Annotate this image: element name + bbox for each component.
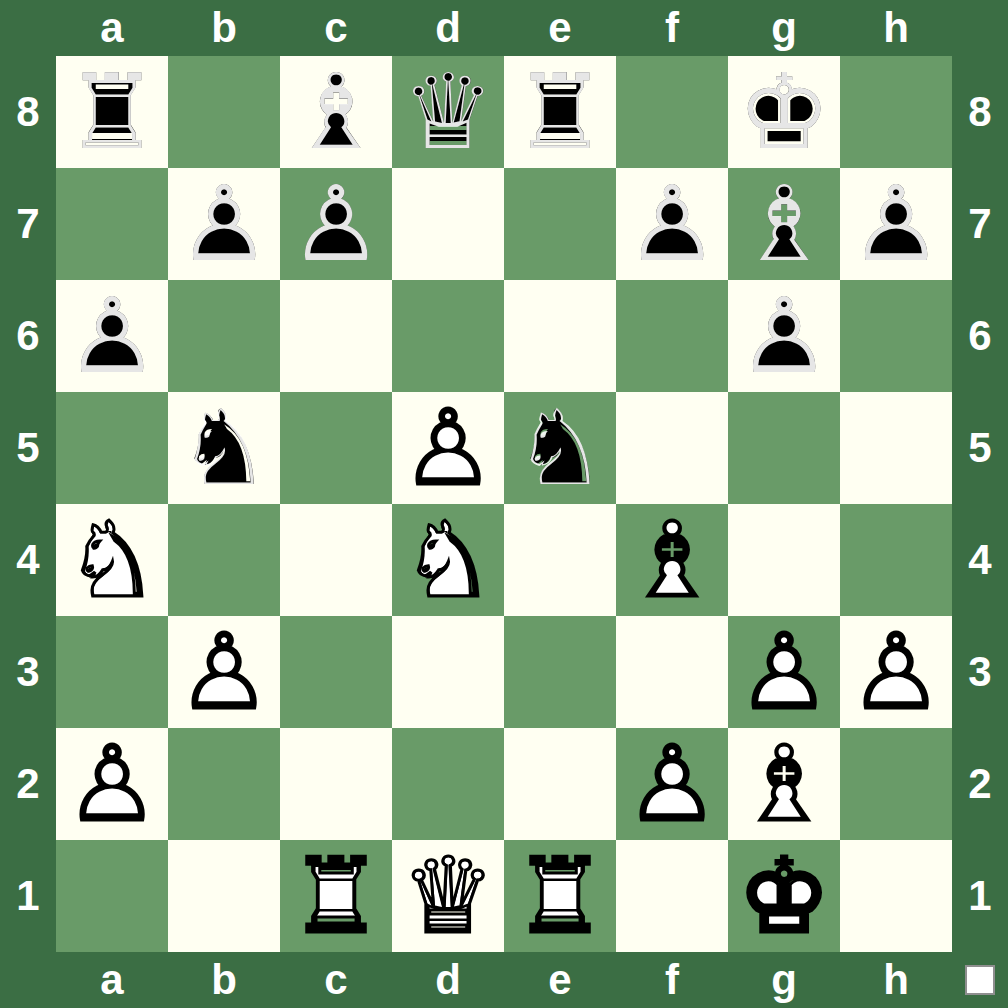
- board-border-rank-label-cell: 4: [0, 504, 56, 616]
- piece-fill-glyph: ♞: [168, 392, 280, 504]
- rank-label: 4: [968, 539, 991, 581]
- rank-label: 8: [16, 91, 39, 133]
- white-knight[interactable]: ♞♘: [56, 504, 168, 616]
- board-border-rank-label-cell: 3: [0, 616, 56, 728]
- piece-fill-glyph: ♚: [728, 840, 840, 952]
- board-border-rank-label-cell: 2: [0, 728, 56, 840]
- white-pawn[interactable]: ♟♙: [728, 616, 840, 728]
- piece-outline-glyph: ♔: [728, 840, 840, 952]
- piece-outline-glyph: ♔: [728, 56, 840, 168]
- rank-label: 7: [968, 203, 991, 245]
- rank-label: 7: [16, 203, 39, 245]
- square-c2[interactable]: [280, 728, 392, 840]
- piece-outline-glyph: ♙: [56, 280, 168, 392]
- file-label: e: [548, 7, 571, 49]
- board-border-file-label-cell: b: [168, 952, 280, 1008]
- square-a8[interactable]: ♜♖: [56, 56, 168, 168]
- piece-fill-glyph: ♜: [56, 56, 168, 168]
- white-pawn[interactable]: ♟♙: [616, 728, 728, 840]
- square-h1[interactable]: [840, 840, 952, 952]
- file-label: b: [211, 959, 237, 1001]
- piece-fill-glyph: ♟: [840, 168, 952, 280]
- square-g4[interactable]: [728, 504, 840, 616]
- board-border-corner-bottom-left: [0, 952, 56, 1008]
- square-b3[interactable]: ♟♙: [168, 616, 280, 728]
- board-border-file-label-cell: e: [504, 952, 616, 1008]
- piece-outline-glyph: ♘: [504, 392, 616, 504]
- piece-fill-glyph: ♝: [280, 56, 392, 168]
- square-c3[interactable]: [280, 616, 392, 728]
- file-label: a: [100, 7, 123, 49]
- board-border-file-label-cell: d: [392, 952, 504, 1008]
- board-border-file-label-cell: d: [392, 0, 504, 56]
- square-g3[interactable]: ♟♙: [728, 616, 840, 728]
- white-rook[interactable]: ♜♖: [280, 840, 392, 952]
- rank-label: 1: [16, 875, 39, 917]
- square-f8[interactable]: [616, 56, 728, 168]
- piece-outline-glyph: ♕: [392, 56, 504, 168]
- square-d4[interactable]: ♞♘: [392, 504, 504, 616]
- file-label: e: [548, 959, 571, 1001]
- piece-fill-glyph: ♟: [280, 168, 392, 280]
- board-border-rank-label-cell: 1: [952, 840, 1008, 952]
- piece-outline-glyph: ♙: [840, 616, 952, 728]
- piece-fill-glyph: ♟: [616, 168, 728, 280]
- square-b4[interactable]: [168, 504, 280, 616]
- piece-fill-glyph: ♝: [616, 504, 728, 616]
- piece-fill-glyph: ♚: [728, 56, 840, 168]
- file-label: f: [665, 959, 679, 1001]
- piece-fill-glyph: ♟: [168, 168, 280, 280]
- board-border-file-label-cell: h: [840, 0, 952, 56]
- square-a6[interactable]: ♟♙: [56, 280, 168, 392]
- square-f4[interactable]: ♝♗: [616, 504, 728, 616]
- board-border-rank-label-cell: 7: [0, 168, 56, 280]
- piece-outline-glyph: ♙: [728, 280, 840, 392]
- piece-fill-glyph: ♟: [616, 728, 728, 840]
- black-knight[interactable]: ♞♘: [168, 392, 280, 504]
- white-to-move-indicator: [965, 965, 995, 995]
- piece-fill-glyph: ♛: [392, 56, 504, 168]
- board-border-file-label-cell: g: [728, 0, 840, 56]
- piece-outline-glyph: ♘: [56, 504, 168, 616]
- piece-outline-glyph: ♙: [840, 168, 952, 280]
- black-pawn[interactable]: ♟♙: [280, 168, 392, 280]
- rank-label: 5: [968, 427, 991, 469]
- square-f2[interactable]: ♟♙: [616, 728, 728, 840]
- square-c5[interactable]: [280, 392, 392, 504]
- square-a5[interactable]: [56, 392, 168, 504]
- square-h6[interactable]: [840, 280, 952, 392]
- square-b7[interactable]: ♟♙: [168, 168, 280, 280]
- white-knight[interactable]: ♞♘: [392, 504, 504, 616]
- file-label: d: [435, 7, 461, 49]
- square-a4[interactable]: ♞♘: [56, 504, 168, 616]
- piece-outline-glyph: ♙: [168, 616, 280, 728]
- piece-outline-glyph: ♙: [616, 728, 728, 840]
- board-border-file-label-cell: a: [56, 0, 168, 56]
- piece-outline-glyph: ♗: [616, 504, 728, 616]
- white-pawn[interactable]: ♟♙: [168, 616, 280, 728]
- square-g6[interactable]: ♟♙: [728, 280, 840, 392]
- file-label: g: [771, 959, 797, 1001]
- board-border-file-label-cell: e: [504, 0, 616, 56]
- board-border-rank-label-cell: 6: [952, 280, 1008, 392]
- file-label: h: [883, 959, 909, 1001]
- piece-fill-glyph: ♟: [168, 616, 280, 728]
- rank-label: 4: [16, 539, 39, 581]
- piece-fill-glyph: ♟: [840, 616, 952, 728]
- piece-fill-glyph: ♟: [56, 728, 168, 840]
- white-bishop[interactable]: ♝♗: [616, 504, 728, 616]
- board-border-corner-top-right: [952, 0, 1008, 56]
- square-e2[interactable]: [504, 728, 616, 840]
- board-border-file-label-cell: a: [56, 952, 168, 1008]
- piece-outline-glyph: ♙: [168, 168, 280, 280]
- piece-outline-glyph: ♕: [392, 840, 504, 952]
- file-label: b: [211, 7, 237, 49]
- square-f6[interactable]: [616, 280, 728, 392]
- board-border-file-label-cell: f: [616, 952, 728, 1008]
- square-b2[interactable]: [168, 728, 280, 840]
- board-border-rank-label-cell: 1: [0, 840, 56, 952]
- square-h5[interactable]: [840, 392, 952, 504]
- square-c4[interactable]: [280, 504, 392, 616]
- black-rook[interactable]: ♜♖: [504, 56, 616, 168]
- black-queen[interactable]: ♛♕: [392, 56, 504, 168]
- chess-board-diagram: abcdefgh8♜♖♝♗♛♕♜♖♚♔87♟♙♟♙♟♙♝♗♟♙76♟♙♟♙65♞…: [0, 0, 1008, 1008]
- white-pawn[interactable]: ♟♙: [56, 728, 168, 840]
- piece-fill-glyph: ♞: [56, 504, 168, 616]
- piece-fill-glyph: ♟: [728, 280, 840, 392]
- piece-outline-glyph: ♙: [728, 616, 840, 728]
- piece-outline-glyph: ♗: [728, 728, 840, 840]
- white-bishop[interactable]: ♝♗: [728, 728, 840, 840]
- square-g1[interactable]: ♚♔: [728, 840, 840, 952]
- square-h2[interactable]: [840, 728, 952, 840]
- piece-fill-glyph: ♞: [504, 392, 616, 504]
- square-c8[interactable]: ♝♗: [280, 56, 392, 168]
- piece-outline-glyph: ♙: [392, 392, 504, 504]
- black-king[interactable]: ♚♔: [728, 56, 840, 168]
- rank-label: 1: [968, 875, 991, 917]
- board-border-file-label-cell: c: [280, 0, 392, 56]
- file-label: g: [771, 7, 797, 49]
- rank-label: 3: [16, 651, 39, 693]
- rank-label: 5: [16, 427, 39, 469]
- board-border-corner-bottom-right: [952, 952, 1008, 1008]
- black-rook[interactable]: ♜♖: [56, 56, 168, 168]
- piece-outline-glyph: ♖: [504, 56, 616, 168]
- rank-label: 8: [968, 91, 991, 133]
- piece-fill-glyph: ♛: [392, 840, 504, 952]
- white-queen[interactable]: ♛♕: [392, 840, 504, 952]
- square-b5[interactable]: ♞♘: [168, 392, 280, 504]
- square-d2[interactable]: [392, 728, 504, 840]
- black-pawn[interactable]: ♟♙: [728, 280, 840, 392]
- square-b8[interactable]: [168, 56, 280, 168]
- square-h8[interactable]: [840, 56, 952, 168]
- square-f3[interactable]: [616, 616, 728, 728]
- board-border-rank-label-cell: 8: [0, 56, 56, 168]
- piece-outline-glyph: ♘: [168, 392, 280, 504]
- file-label: h: [883, 7, 909, 49]
- black-bishop[interactable]: ♝♗: [728, 168, 840, 280]
- board-border-rank-label-cell: 6: [0, 280, 56, 392]
- square-h4[interactable]: [840, 504, 952, 616]
- white-pawn[interactable]: ♟♙: [840, 616, 952, 728]
- square-g5[interactable]: [728, 392, 840, 504]
- square-a1[interactable]: [56, 840, 168, 952]
- white-pawn[interactable]: ♟♙: [392, 392, 504, 504]
- board-border-rank-label-cell: 7: [952, 168, 1008, 280]
- file-label: a: [100, 959, 123, 1001]
- file-label: c: [324, 7, 347, 49]
- rank-label: 2: [16, 763, 39, 805]
- black-bishop[interactable]: ♝♗: [280, 56, 392, 168]
- square-c1[interactable]: ♜♖: [280, 840, 392, 952]
- black-knight[interactable]: ♞♘: [504, 392, 616, 504]
- square-e5[interactable]: ♞♘: [504, 392, 616, 504]
- white-king[interactable]: ♚♔: [728, 840, 840, 952]
- square-d8[interactable]: ♛♕: [392, 56, 504, 168]
- square-g2[interactable]: ♝♗: [728, 728, 840, 840]
- board-border-rank-label-cell: 2: [952, 728, 1008, 840]
- square-a2[interactable]: ♟♙: [56, 728, 168, 840]
- board-border-rank-label-cell: 8: [952, 56, 1008, 168]
- board-border-rank-label-cell: 3: [952, 616, 1008, 728]
- file-label: c: [324, 959, 347, 1001]
- piece-outline-glyph: ♙: [56, 728, 168, 840]
- square-b6[interactable]: [168, 280, 280, 392]
- piece-fill-glyph: ♟: [56, 280, 168, 392]
- piece-outline-glyph: ♖: [504, 840, 616, 952]
- piece-fill-glyph: ♝: [728, 168, 840, 280]
- square-d5[interactable]: ♟♙: [392, 392, 504, 504]
- board-border-file-label-cell: h: [840, 952, 952, 1008]
- white-rook[interactable]: ♜♖: [504, 840, 616, 952]
- piece-outline-glyph: ♙: [616, 168, 728, 280]
- black-pawn[interactable]: ♟♙: [56, 280, 168, 392]
- board-border-rank-label-cell: 5: [952, 392, 1008, 504]
- square-d3[interactable]: [392, 616, 504, 728]
- black-pawn[interactable]: ♟♙: [840, 168, 952, 280]
- black-pawn[interactable]: ♟♙: [168, 168, 280, 280]
- board-border-rank-label-cell: 5: [0, 392, 56, 504]
- square-f5[interactable]: [616, 392, 728, 504]
- piece-fill-glyph: ♝: [728, 728, 840, 840]
- square-e8[interactable]: ♜♖: [504, 56, 616, 168]
- square-h3[interactable]: ♟♙: [840, 616, 952, 728]
- square-c6[interactable]: [280, 280, 392, 392]
- piece-fill-glyph: ♜: [504, 56, 616, 168]
- board-border-file-label-cell: g: [728, 952, 840, 1008]
- square-a3[interactable]: [56, 616, 168, 728]
- square-g8[interactable]: ♚♔: [728, 56, 840, 168]
- piece-fill-glyph: ♟: [392, 392, 504, 504]
- square-e6[interactable]: [504, 280, 616, 392]
- board-border-file-label-cell: f: [616, 0, 728, 56]
- rank-label: 2: [968, 763, 991, 805]
- square-d1[interactable]: ♛♕: [392, 840, 504, 952]
- file-label: d: [435, 959, 461, 1001]
- piece-outline-glyph: ♖: [56, 56, 168, 168]
- square-e1[interactable]: ♜♖: [504, 840, 616, 952]
- piece-outline-glyph: ♘: [392, 504, 504, 616]
- piece-outline-glyph: ♖: [280, 840, 392, 952]
- square-f1[interactable]: [616, 840, 728, 952]
- square-b1[interactable]: [168, 840, 280, 952]
- square-f7[interactable]: ♟♙: [616, 168, 728, 280]
- board-border-file-label-cell: c: [280, 952, 392, 1008]
- piece-outline-glyph: ♗: [280, 56, 392, 168]
- rank-label: 6: [16, 315, 39, 357]
- rank-label: 3: [968, 651, 991, 693]
- piece-outline-glyph: ♗: [728, 168, 840, 280]
- square-c7[interactable]: ♟♙: [280, 168, 392, 280]
- black-pawn[interactable]: ♟♙: [616, 168, 728, 280]
- square-h7[interactable]: ♟♙: [840, 168, 952, 280]
- square-g7[interactable]: ♝♗: [728, 168, 840, 280]
- square-d6[interactable]: [392, 280, 504, 392]
- square-a7[interactable]: [56, 168, 168, 280]
- file-label: f: [665, 7, 679, 49]
- rank-label: 6: [968, 315, 991, 357]
- square-e3[interactable]: [504, 616, 616, 728]
- piece-fill-glyph: ♜: [504, 840, 616, 952]
- piece-fill-glyph: ♞: [392, 504, 504, 616]
- board-border-corner-top-left: [0, 0, 56, 56]
- piece-fill-glyph: ♟: [728, 616, 840, 728]
- square-e4[interactable]: [504, 504, 616, 616]
- piece-outline-glyph: ♙: [280, 168, 392, 280]
- board-border-rank-label-cell: 4: [952, 504, 1008, 616]
- piece-fill-glyph: ♜: [280, 840, 392, 952]
- board-border-file-label-cell: b: [168, 0, 280, 56]
- square-e7[interactable]: [504, 168, 616, 280]
- square-d7[interactable]: [392, 168, 504, 280]
